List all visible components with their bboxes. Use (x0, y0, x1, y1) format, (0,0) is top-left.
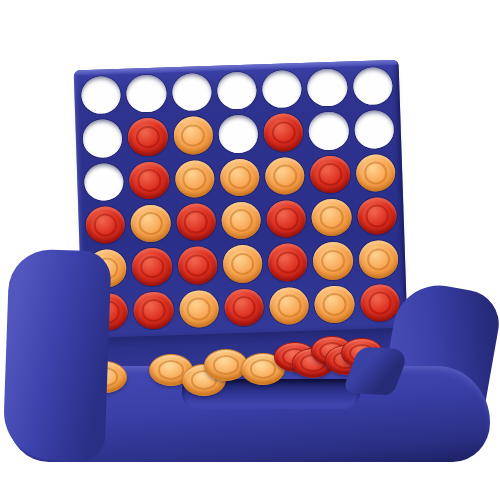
empty-hole (81, 76, 121, 115)
connect-four-board (74, 60, 408, 339)
orange-disc-cell (358, 240, 398, 279)
orange-disc-cell (265, 157, 305, 196)
orange-disc-cell (130, 204, 170, 243)
red-disc-cell (128, 118, 168, 157)
red-disc-cell (129, 161, 169, 200)
product-photo-connect-four (0, 0, 500, 500)
red-disc-cell (266, 200, 306, 239)
orange-disc-cell (311, 198, 351, 237)
orange-disc-cell (314, 285, 354, 324)
orange-disc-cell (313, 242, 353, 281)
red-disc-cell (357, 197, 397, 236)
empty-hole (171, 73, 211, 112)
orange-disc-cell (222, 245, 263, 284)
empty-hole (217, 71, 258, 110)
red-disc-cell (360, 283, 400, 322)
red-disc-cell (263, 113, 303, 152)
empty-hole (82, 119, 122, 158)
empty-hole (262, 70, 302, 109)
orange-disc-cell (179, 289, 219, 328)
red-disc-cell (310, 155, 350, 194)
red-disc-cell (224, 288, 265, 327)
red-disc-cell (176, 203, 216, 242)
red-disc-cell (177, 246, 217, 285)
empty-hole (354, 110, 394, 149)
orange-disc-cell (269, 286, 309, 325)
red-disc-cell (132, 248, 172, 287)
empty-hole (307, 68, 347, 107)
orange-disc-cell (220, 158, 261, 197)
empty-hole (218, 115, 259, 154)
empty-hole (126, 74, 166, 113)
tray-left-corner (2, 248, 111, 461)
board-grid (74, 60, 408, 339)
empty-hole (84, 163, 124, 202)
empty-hole (309, 112, 349, 151)
orange-disc-cell (355, 154, 395, 193)
orange-disc-cell (174, 160, 214, 199)
orange-disc-cell (173, 116, 213, 155)
red-disc-cell (85, 206, 125, 245)
empty-hole (352, 67, 392, 106)
orange-disc-cell (221, 201, 262, 240)
red-disc-cell (133, 291, 173, 330)
red-disc-cell (268, 243, 308, 282)
